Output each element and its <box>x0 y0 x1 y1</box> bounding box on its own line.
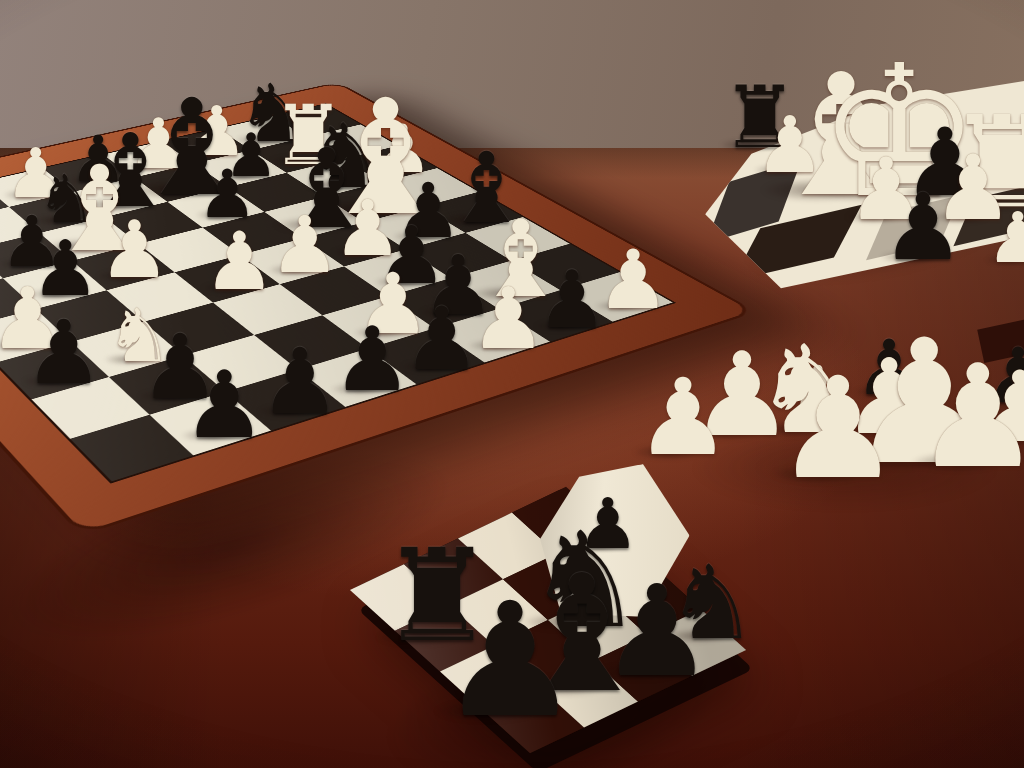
fragment-gray-square <box>866 195 961 260</box>
fragment-dark-square <box>953 183 1024 246</box>
scene: ♟♟♟♟♟♞♞♝♝♟♜♟♝♟♞♟♟♟♝♝♟♟♟♟♟♝♟♞♟♟♟♟♝♟♟♟♟♟♟♟… <box>0 0 1024 768</box>
main-chessboard <box>0 0 540 555</box>
